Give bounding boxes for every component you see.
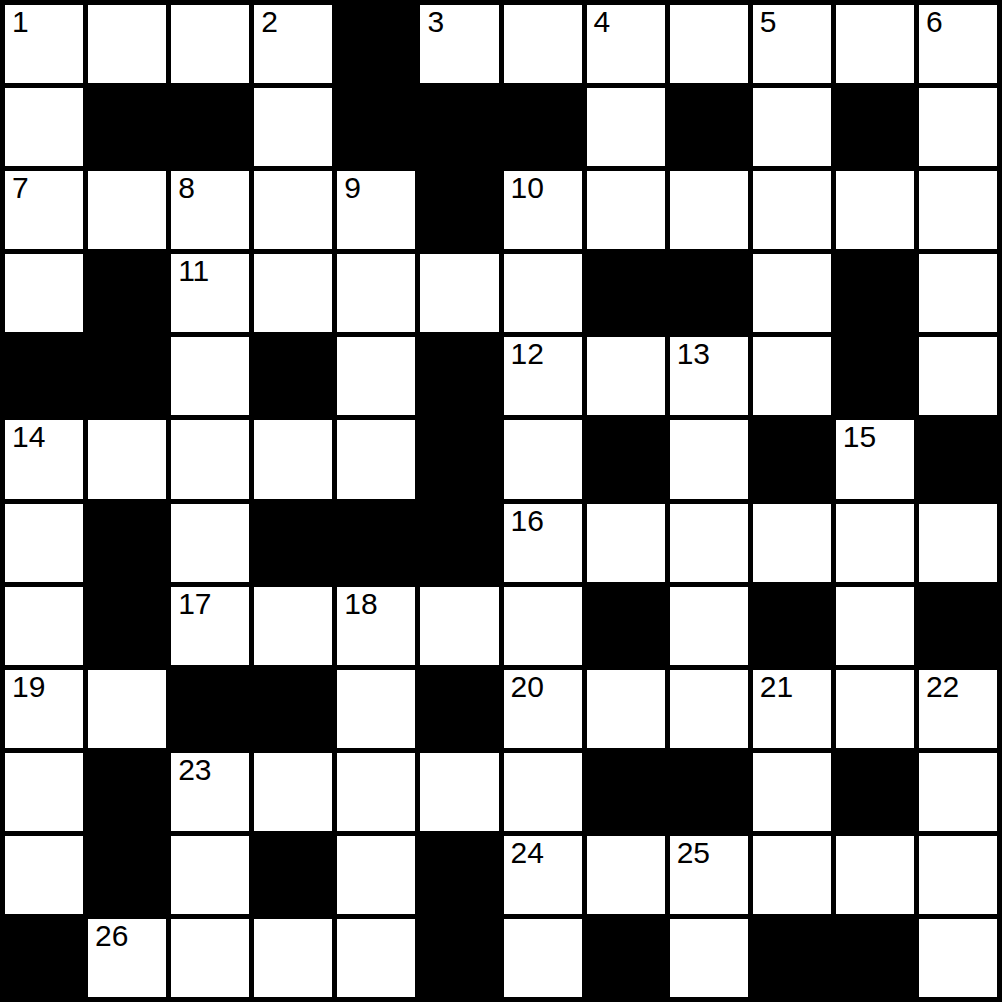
white-cell-r0c7[interactable]: 4	[587, 5, 665, 83]
white-cell-r8c0[interactable]: 19	[5, 670, 83, 748]
black-cell-r2c5	[420, 171, 498, 249]
clue-number-17: 17	[178, 588, 211, 620]
white-cell-r9c4[interactable]	[337, 753, 415, 831]
white-cell-r8c9[interactable]: 21	[753, 670, 831, 748]
white-cell-r5c6[interactable]	[504, 420, 582, 498]
white-cell-r7c8[interactable]	[670, 587, 748, 665]
black-cell-r7c7	[587, 587, 665, 665]
white-cell-r1c9[interactable]	[753, 88, 831, 166]
clue-number-26: 26	[95, 920, 128, 952]
white-cell-r6c9[interactable]	[753, 504, 831, 582]
black-cell-r1c1	[88, 88, 166, 166]
black-cell-r11c9	[753, 919, 831, 997]
black-cell-r11c5	[420, 919, 498, 997]
white-cell-r5c8[interactable]	[670, 420, 748, 498]
white-cell-r2c3[interactable]	[254, 171, 332, 249]
white-cell-r5c2[interactable]	[171, 420, 249, 498]
white-cell-r0c5[interactable]: 3	[420, 5, 498, 83]
white-cell-r11c11[interactable]	[919, 919, 997, 997]
white-cell-r8c6[interactable]: 20	[504, 670, 582, 748]
black-cell-r6c5	[420, 504, 498, 582]
black-cell-r6c4	[337, 504, 415, 582]
clue-number-20: 20	[511, 671, 544, 703]
white-cell-r2c11[interactable]	[919, 171, 997, 249]
clue-number-11: 11	[178, 255, 209, 287]
black-cell-r10c1	[88, 836, 166, 914]
white-cell-r10c10[interactable]	[836, 836, 914, 914]
white-cell-r10c4[interactable]	[337, 836, 415, 914]
clue-number-10: 10	[511, 172, 544, 204]
black-cell-r3c7	[587, 254, 665, 332]
white-cell-r5c1[interactable]	[88, 420, 166, 498]
black-cell-r1c2	[171, 88, 249, 166]
white-cell-r0c2[interactable]	[171, 5, 249, 83]
clue-number-16: 16	[511, 505, 544, 537]
white-cell-r5c0[interactable]: 14	[5, 420, 83, 498]
white-cell-r7c10[interactable]	[836, 587, 914, 665]
white-cell-r1c3[interactable]	[254, 88, 332, 166]
white-cell-r3c6[interactable]	[504, 254, 582, 332]
white-cell-r2c8[interactable]	[670, 171, 748, 249]
white-cell-r8c11[interactable]: 22	[919, 670, 997, 748]
white-cell-r0c10[interactable]	[836, 5, 914, 83]
white-cell-r0c3[interactable]: 2	[254, 5, 332, 83]
black-cell-r8c2	[171, 670, 249, 748]
clue-number-6: 6	[926, 6, 943, 38]
white-cell-r0c1[interactable]	[88, 5, 166, 83]
black-cell-r11c10	[836, 919, 914, 997]
white-cell-r8c4[interactable]	[337, 670, 415, 748]
white-cell-r10c6[interactable]: 24	[504, 836, 582, 914]
clue-number-3: 3	[427, 6, 444, 38]
black-cell-r9c10	[836, 753, 914, 831]
clue-number-2: 2	[261, 6, 278, 38]
black-cell-r4c0	[5, 337, 83, 415]
black-cell-r1c5	[420, 88, 498, 166]
white-cell-r8c7[interactable]	[587, 670, 665, 748]
white-cell-r10c8[interactable]: 25	[670, 836, 748, 914]
clue-number-7: 7	[12, 172, 29, 204]
black-cell-r8c3	[254, 670, 332, 748]
white-cell-r11c3[interactable]	[254, 919, 332, 997]
clue-number-5: 5	[760, 6, 777, 38]
white-cell-r11c4[interactable]	[337, 919, 415, 997]
white-cell-r5c10[interactable]: 15	[836, 420, 914, 498]
black-cell-r9c1	[88, 753, 166, 831]
white-cell-r10c2[interactable]	[171, 836, 249, 914]
black-cell-r7c9	[753, 587, 831, 665]
white-cell-r0c0[interactable]: 1	[5, 5, 83, 83]
clue-number-9: 9	[344, 172, 361, 204]
black-cell-r11c7	[587, 919, 665, 997]
white-cell-r5c3[interactable]	[254, 420, 332, 498]
clue-number-19: 19	[12, 671, 45, 703]
white-cell-r0c8[interactable]	[670, 5, 748, 83]
clue-number-8: 8	[178, 172, 195, 204]
white-cell-r2c0[interactable]: 7	[5, 171, 83, 249]
black-cell-r1c4	[337, 88, 415, 166]
black-cell-r5c7	[587, 420, 665, 498]
white-cell-r7c2[interactable]: 17	[171, 587, 249, 665]
black-cell-r3c8	[670, 254, 748, 332]
clue-number-1: 1	[12, 6, 29, 38]
black-cell-r1c6	[504, 88, 582, 166]
white-cell-r6c6[interactable]: 16	[504, 504, 582, 582]
white-cell-r9c2[interactable]: 23	[171, 753, 249, 831]
white-cell-r7c4[interactable]: 18	[337, 587, 415, 665]
black-cell-r10c3	[254, 836, 332, 914]
white-cell-r9c9[interactable]	[753, 753, 831, 831]
white-cell-r8c1[interactable]	[88, 670, 166, 748]
black-cell-r1c10	[836, 88, 914, 166]
white-cell-r3c0[interactable]	[5, 254, 83, 332]
white-cell-r9c3[interactable]	[254, 753, 332, 831]
clue-number-21: 21	[760, 671, 793, 703]
black-cell-r10c5	[420, 836, 498, 914]
white-cell-r0c9[interactable]: 5	[753, 5, 831, 83]
black-cell-r0c4	[337, 5, 415, 83]
white-cell-r7c6[interactable]	[504, 587, 582, 665]
white-cell-r2c6[interactable]: 10	[504, 171, 582, 249]
white-cell-r6c7[interactable]	[587, 504, 665, 582]
black-cell-r9c7	[587, 753, 665, 831]
crossword-board: 1234567891011121314151617181920212223242…	[0, 0, 1002, 1002]
white-cell-r6c8[interactable]	[670, 504, 748, 582]
white-cell-r7c3[interactable]	[254, 587, 332, 665]
black-cell-r11c0	[5, 919, 83, 997]
clue-number-22: 22	[926, 671, 959, 703]
black-cell-r9c8	[670, 753, 748, 831]
white-cell-r2c9[interactable]	[753, 171, 831, 249]
black-cell-r5c5	[420, 420, 498, 498]
clue-number-13: 13	[677, 338, 710, 370]
white-cell-r0c11[interactable]: 6	[919, 5, 997, 83]
white-cell-r0c6[interactable]	[504, 5, 582, 83]
white-cell-r4c8[interactable]: 13	[670, 337, 748, 415]
white-cell-r9c11[interactable]	[919, 753, 997, 831]
white-cell-r8c10[interactable]	[836, 670, 914, 748]
white-cell-r10c0[interactable]	[5, 836, 83, 914]
white-cell-r2c1[interactable]	[88, 171, 166, 249]
white-cell-r9c0[interactable]	[5, 753, 83, 831]
clue-number-25: 25	[677, 837, 710, 869]
white-cell-r2c4[interactable]: 9	[337, 171, 415, 249]
black-cell-r4c5	[420, 337, 498, 415]
white-cell-r11c8[interactable]	[670, 919, 748, 997]
white-cell-r11c6[interactable]	[504, 919, 582, 997]
black-cell-r5c9	[753, 420, 831, 498]
black-cell-r6c3	[254, 504, 332, 582]
clue-number-4: 4	[594, 6, 611, 38]
white-cell-r3c11[interactable]	[919, 254, 997, 332]
white-cell-r10c7[interactable]	[587, 836, 665, 914]
white-cell-r4c7[interactable]	[587, 337, 665, 415]
black-cell-r7c11	[919, 587, 997, 665]
white-cell-r2c7[interactable]	[587, 171, 665, 249]
white-cell-r9c5[interactable]	[420, 753, 498, 831]
white-cell-r10c11[interactable]	[919, 836, 997, 914]
black-cell-r4c3	[254, 337, 332, 415]
white-cell-r1c0[interactable]	[5, 88, 83, 166]
black-cell-r7c1	[88, 587, 166, 665]
clue-number-24: 24	[511, 837, 544, 869]
white-cell-r6c11[interactable]	[919, 504, 997, 582]
black-cell-r8c5	[420, 670, 498, 748]
white-cell-r7c5[interactable]	[420, 587, 498, 665]
white-cell-r4c4[interactable]	[337, 337, 415, 415]
black-cell-r5c11	[919, 420, 997, 498]
white-cell-r6c0[interactable]	[5, 504, 83, 582]
white-cell-r11c1[interactable]: 26	[88, 919, 166, 997]
clue-number-12: 12	[511, 338, 544, 370]
white-cell-r3c2[interactable]: 11	[171, 254, 249, 332]
white-cell-r4c2[interactable]	[171, 337, 249, 415]
white-cell-r8c8[interactable]	[670, 670, 748, 748]
black-cell-r4c1	[88, 337, 166, 415]
white-cell-r10c9[interactable]	[753, 836, 831, 914]
white-cell-r6c2[interactable]	[171, 504, 249, 582]
white-cell-r6c10[interactable]	[836, 504, 914, 582]
clue-number-18: 18	[344, 588, 377, 620]
white-cell-r1c11[interactable]	[919, 88, 997, 166]
clue-number-23: 23	[178, 754, 211, 786]
black-cell-r6c1	[88, 504, 166, 582]
white-cell-r5c4[interactable]	[337, 420, 415, 498]
black-cell-r1c8	[670, 88, 748, 166]
black-cell-r3c10	[836, 254, 914, 332]
white-cell-r3c4[interactable]	[337, 254, 415, 332]
white-cell-r9c6[interactable]	[504, 753, 582, 831]
white-cell-r4c6[interactable]: 12	[504, 337, 582, 415]
white-cell-r11c2[interactable]	[171, 919, 249, 997]
white-cell-r1c7[interactable]	[587, 88, 665, 166]
clue-number-15: 15	[843, 421, 876, 453]
black-cell-r3c1	[88, 254, 166, 332]
white-cell-r2c10[interactable]	[836, 171, 914, 249]
clue-number-14: 14	[12, 421, 45, 453]
white-cell-r7c0[interactable]	[5, 587, 83, 665]
white-cell-r2c2[interactable]: 8	[171, 171, 249, 249]
black-cell-r4c10	[836, 337, 914, 415]
white-cell-r3c3[interactable]	[254, 254, 332, 332]
white-cell-r3c5[interactable]	[420, 254, 498, 332]
white-cell-r3c9[interactable]	[753, 254, 831, 332]
white-cell-r4c11[interactable]	[919, 337, 997, 415]
white-cell-r4c9[interactable]	[753, 337, 831, 415]
